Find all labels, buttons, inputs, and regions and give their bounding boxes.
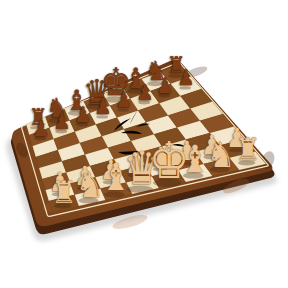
piece-black-pawn[interactable]: ♟ [136, 82, 153, 104]
piece-white-knight[interactable]: ♞ [207, 136, 236, 171]
piece-black-pawn[interactable]: ♟ [115, 89, 132, 111]
piece-black-pawn[interactable]: ♟ [74, 104, 91, 126]
piece-black-pawn[interactable]: ♟ [32, 118, 49, 140]
piece-white-knight[interactable]: ♞ [76, 167, 105, 202]
piece-black-pawn[interactable]: ♟ [177, 68, 194, 90]
piece-white-rook[interactable]: ♜ [235, 134, 260, 165]
piece-black-pawn[interactable]: ♟ [94, 97, 111, 119]
piece-black-pawn[interactable]: ♟ [156, 75, 173, 97]
chess-set-photo: ♜♞♝♛♚♝♞♜♟♟♟♟♟♟♟♟♟♟♟♟♟♟♟♟♜♞♝♛♚♝♞♜ [0, 0, 288, 288]
piece-black-pawn[interactable]: ♟ [53, 111, 70, 133]
piece-white-rook[interactable]: ♜ [51, 177, 76, 208]
piece-white-bishop[interactable]: ♝ [180, 141, 210, 179]
